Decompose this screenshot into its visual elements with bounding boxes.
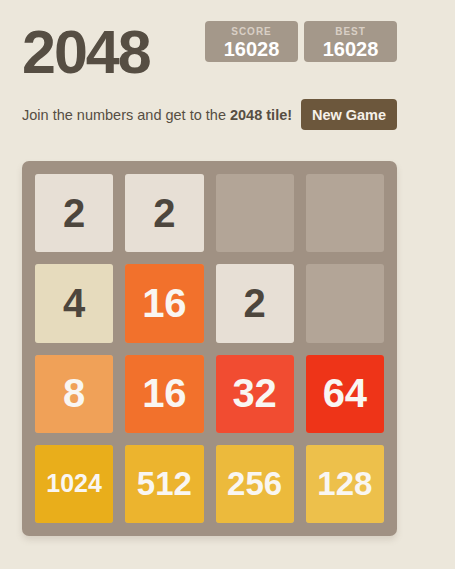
subtitle-goal: 2048 tile! <box>230 107 292 123</box>
tile-128: 128 <box>306 445 384 523</box>
board-cell: 128 <box>306 445 384 523</box>
score-label: SCORE <box>217 26 286 38</box>
best-box: BEST 16028 <box>304 21 397 62</box>
best-label: BEST <box>316 26 385 38</box>
board-cell: 4 <box>35 264 113 342</box>
subtitle-row: Join the numbers and get to the 2048 til… <box>22 99 397 130</box>
board-cell: 8 <box>35 355 113 433</box>
board-cell: 2 <box>35 174 113 252</box>
board-cell: 16 <box>125 355 203 433</box>
board-cell: 256 <box>216 445 294 523</box>
best-value: 16028 <box>316 38 385 60</box>
tile-16: 16 <box>125 355 203 433</box>
tile-512: 512 <box>125 445 203 523</box>
board-cell <box>306 174 384 252</box>
new-game-button[interactable]: New Game <box>301 99 397 130</box>
tile-4: 4 <box>35 264 113 342</box>
board-cell <box>216 174 294 252</box>
tile-8: 8 <box>35 355 113 433</box>
tile-2: 2 <box>35 174 113 252</box>
tile-2: 2 <box>125 174 203 252</box>
board-cell <box>306 264 384 342</box>
board-cell: 16 <box>125 264 203 342</box>
tile-2: 2 <box>216 264 294 342</box>
score-panel: SCORE 16028 BEST 16028 <box>205 21 397 62</box>
board-cell: 2 <box>125 174 203 252</box>
board-cell: 1024 <box>35 445 113 523</box>
app: 2048 SCORE 16028 BEST 16028 Join the num… <box>0 0 455 569</box>
tile-64: 64 <box>306 355 384 433</box>
tile-1024: 1024 <box>35 445 113 523</box>
subtitle-text: Join the numbers and get to the <box>22 107 230 123</box>
board-cell: 2 <box>216 264 294 342</box>
score-box: SCORE 16028 <box>205 21 298 62</box>
header: 2048 SCORE 16028 BEST 16028 <box>22 0 397 84</box>
board-cell: 32 <box>216 355 294 433</box>
tile-32: 32 <box>216 355 294 433</box>
content-column: 2048 SCORE 16028 BEST 16028 Join the num… <box>22 0 397 536</box>
tile-256: 256 <box>216 445 294 523</box>
board-cell: 64 <box>306 355 384 433</box>
board[interactable]: 22416281632641024512256128 <box>22 161 397 536</box>
board-cell: 512 <box>125 445 203 523</box>
score-value: 16028 <box>217 38 286 60</box>
subtitle: Join the numbers and get to the 2048 til… <box>22 106 292 124</box>
app-title: 2048 <box>22 20 150 84</box>
tile-16: 16 <box>125 264 203 342</box>
